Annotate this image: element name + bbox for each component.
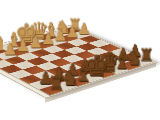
piece-black-pawn: ♟ [128,43,142,59]
square-e8: ♚ [80,73,104,82]
piece-white-rook: ♜ [68,17,82,33]
chess-board: ♜♞♝♚♛♝♞♜♟♟♟♟♟♟♟♟♟♟♟♟♟♟♟♟♜♞♝♚♛♝♞♜ [0,25,157,98]
piece-white-pawn: ♟ [77,22,91,37]
board-grid: ♜♞♝♚♛♝♞♜♟♟♟♟♟♟♟♟♟♟♟♟♟♟♟♟♜♞♝♚♛♝♞♜ [0,27,154,96]
board-rim: ♜♞♝♚♛♝♞♜♟♟♟♟♟♟♟♟♟♟♟♟♟♟♟♟♜♞♝♚♛♝♞♜ [0,25,157,98]
piece-black-rook: ♜ [138,47,153,64]
photo-stage: ♜♞♝♚♛♝♞♜♟♟♟♟♟♟♟♟♟♟♟♟♟♟♟♟♜♞♝♚♛♝♞♜ [0,0,160,120]
piece-white-king: ♚ [15,20,38,46]
